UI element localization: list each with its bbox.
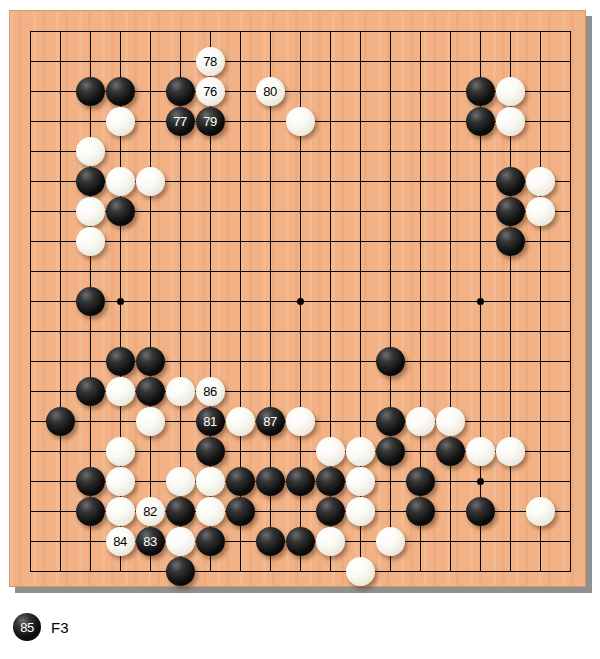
stone-black (286, 467, 315, 496)
move-number-label: 80 (263, 85, 276, 98)
stone-black (136, 347, 165, 376)
stone-black (376, 437, 405, 466)
stone-white (166, 467, 195, 496)
stone-white: 78 (196, 47, 225, 76)
stone-white (136, 167, 165, 196)
stone-black (106, 77, 135, 106)
move-number-label: 78 (203, 55, 216, 68)
stone-black (166, 557, 195, 586)
stone-black (406, 467, 435, 496)
star-point (477, 478, 484, 485)
stone-white (226, 407, 255, 436)
stone-white (376, 527, 405, 556)
stone-white (526, 167, 555, 196)
stone-black (76, 287, 105, 316)
stone-black: 87 (256, 407, 285, 436)
stone-white (196, 497, 225, 526)
move-number-label: 81 (203, 415, 216, 428)
move-number-label: 77 (173, 115, 186, 128)
move-number-label: 82 (143, 505, 156, 518)
stone-white (316, 437, 345, 466)
caption-stone-black: 85 (13, 613, 41, 641)
stone-white (106, 437, 135, 466)
stone-white (496, 107, 525, 136)
stone-white (526, 497, 555, 526)
stone-white (346, 467, 375, 496)
stone-black (466, 77, 495, 106)
move-number-label: 76 (203, 85, 216, 98)
stone-black (376, 347, 405, 376)
stone-black (76, 167, 105, 196)
stone-black (166, 497, 195, 526)
stone-black (256, 467, 285, 496)
stone-black (196, 527, 225, 556)
stone-white (106, 497, 135, 526)
caption-move-number: 85 (20, 621, 33, 634)
move-number-label: 87 (263, 415, 276, 428)
stone-black (256, 527, 285, 556)
stone-black (496, 167, 525, 196)
stone-white (136, 407, 165, 436)
stone-white (76, 197, 105, 226)
stone-white (346, 557, 375, 586)
move-number-label: 79 (203, 115, 216, 128)
stone-white (76, 137, 105, 166)
stone-white (286, 407, 315, 436)
stone-white (346, 437, 375, 466)
stone-black (226, 467, 255, 496)
stone-white (166, 377, 195, 406)
move-number-label: 86 (203, 385, 216, 398)
stone-black (376, 407, 405, 436)
stone-white: 82 (136, 497, 165, 526)
caption: 85 F3 (13, 613, 69, 641)
stone-black: 77 (166, 107, 195, 136)
stone-white (106, 467, 135, 496)
stone-black (166, 77, 195, 106)
stone-white (466, 437, 495, 466)
star-point (477, 298, 484, 305)
stone-black (106, 197, 135, 226)
stone-black: 79 (196, 107, 225, 136)
stone-white (316, 527, 345, 556)
stone-black (106, 347, 135, 376)
stone-white (526, 197, 555, 226)
stone-black (76, 497, 105, 526)
stone-white (436, 407, 465, 436)
stone-black (466, 497, 495, 526)
stone-black (286, 527, 315, 556)
stone-black (136, 377, 165, 406)
star-point (117, 298, 124, 305)
stone-white (106, 377, 135, 406)
stone-white (76, 227, 105, 256)
stone-black (496, 227, 525, 256)
move-number-label: 84 (113, 535, 126, 548)
stone-black (466, 107, 495, 136)
caption-coordinate-label: F3 (51, 619, 69, 636)
stone-black: 81 (196, 407, 225, 436)
stone-black (76, 77, 105, 106)
stone-black (316, 497, 345, 526)
stone-white: 80 (256, 77, 285, 106)
stone-black (316, 467, 345, 496)
star-point (297, 298, 304, 305)
stone-black (76, 467, 105, 496)
stone-black: 83 (136, 527, 165, 556)
stone-black (46, 407, 75, 436)
stone-white (496, 437, 525, 466)
stone-black (496, 197, 525, 226)
stone-black (196, 437, 225, 466)
stone-white (106, 167, 135, 196)
stone-white (346, 497, 375, 526)
go-board: 7876807779868187828483 (9, 10, 586, 587)
stone-white (106, 107, 135, 136)
stone-white (286, 107, 315, 136)
stone-white: 86 (196, 377, 225, 406)
stone-white (166, 527, 195, 556)
move-number-label: 83 (143, 535, 156, 548)
stone-white: 84 (106, 527, 135, 556)
stone-white: 76 (196, 77, 225, 106)
stone-black (76, 377, 105, 406)
stone-white (406, 407, 435, 436)
stone-white (496, 77, 525, 106)
stone-white (196, 467, 225, 496)
stone-black (226, 497, 255, 526)
stone-black (436, 437, 465, 466)
stone-black (406, 497, 435, 526)
